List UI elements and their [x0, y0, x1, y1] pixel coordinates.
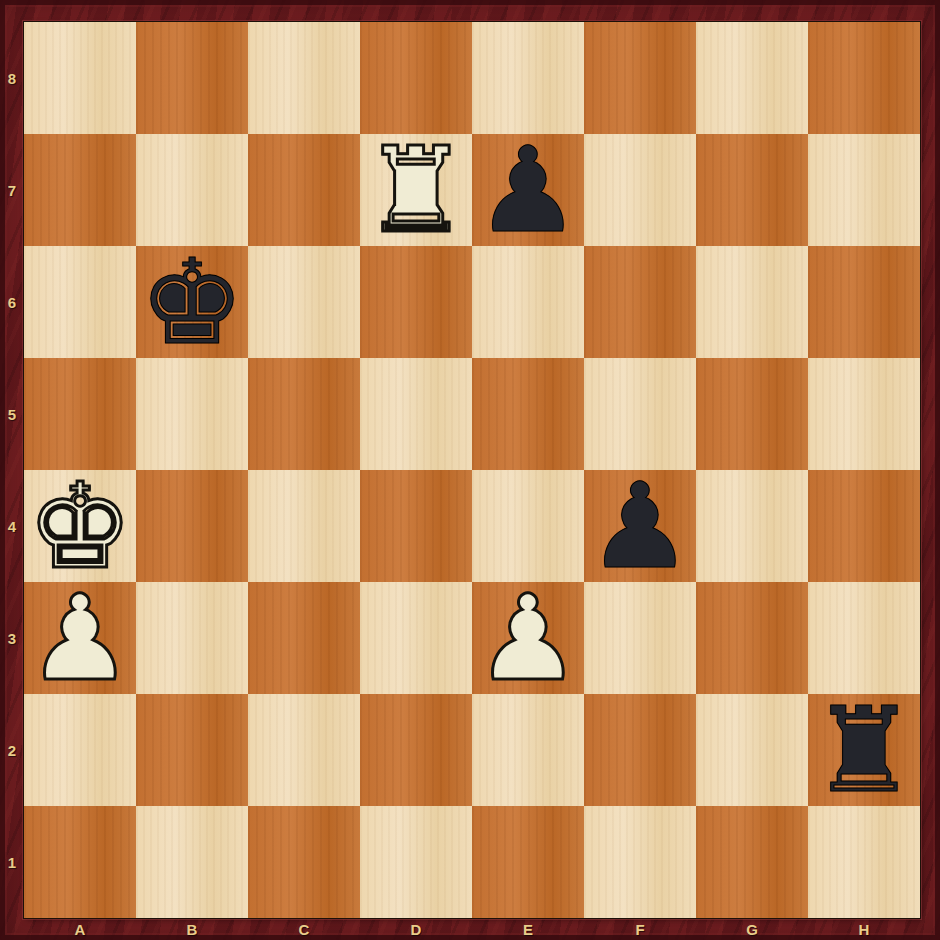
square-h6[interactable]	[808, 246, 920, 358]
square-a2[interactable]	[24, 694, 136, 806]
square-d4[interactable]	[360, 470, 472, 582]
square-a6[interactable]	[24, 246, 136, 358]
file-label-e: E	[472, 918, 584, 940]
black-pawn-f4[interactable]: ♟	[587, 470, 693, 582]
square-g2[interactable]	[696, 694, 808, 806]
square-f7[interactable]	[584, 134, 696, 246]
square-e5[interactable]	[472, 358, 584, 470]
square-f2[interactable]	[584, 694, 696, 806]
square-a7[interactable]	[24, 134, 136, 246]
square-d5[interactable]	[360, 358, 472, 470]
white-rook-d7[interactable]: ♜	[363, 134, 469, 246]
square-g1[interactable]	[696, 806, 808, 918]
white-king-a4[interactable]: ♚	[27, 470, 133, 582]
square-d3[interactable]	[360, 582, 472, 694]
square-b1[interactable]	[136, 806, 248, 918]
square-b2[interactable]	[136, 694, 248, 806]
square-c3[interactable]	[248, 582, 360, 694]
white-pawn-e3[interactable]: ♟	[475, 582, 581, 694]
black-pawn-e7[interactable]: ♟	[475, 134, 581, 246]
rank-label-7: 7	[0, 134, 24, 246]
square-d7[interactable]: ♜	[360, 134, 472, 246]
square-g3[interactable]	[696, 582, 808, 694]
square-c5[interactable]	[248, 358, 360, 470]
square-h5[interactable]	[808, 358, 920, 470]
black-rook-h2[interactable]: ♜	[811, 694, 917, 806]
white-pawn-a3[interactable]: ♟	[27, 582, 133, 694]
square-d8[interactable]	[360, 22, 472, 134]
black-king-b6[interactable]: ♚	[139, 246, 245, 358]
square-e2[interactable]	[472, 694, 584, 806]
rank-label-2: 2	[0, 694, 24, 806]
square-e7[interactable]: ♟	[472, 134, 584, 246]
square-a3[interactable]: ♟	[24, 582, 136, 694]
square-c4[interactable]	[248, 470, 360, 582]
square-a8[interactable]	[24, 22, 136, 134]
file-label-b: B	[136, 918, 248, 940]
file-label-d: D	[360, 918, 472, 940]
square-f5[interactable]	[584, 358, 696, 470]
square-d1[interactable]	[360, 806, 472, 918]
square-h3[interactable]	[808, 582, 920, 694]
square-c2[interactable]	[248, 694, 360, 806]
square-h1[interactable]	[808, 806, 920, 918]
rank-labels: 87654321	[0, 22, 24, 918]
rank-label-3: 3	[0, 582, 24, 694]
square-h7[interactable]	[808, 134, 920, 246]
board: ♜♟♚♚♟♟♟♜	[24, 22, 920, 918]
square-b6[interactable]: ♚	[136, 246, 248, 358]
square-d2[interactable]	[360, 694, 472, 806]
file-label-h: H	[808, 918, 920, 940]
square-c7[interactable]	[248, 134, 360, 246]
square-e1[interactable]	[472, 806, 584, 918]
rank-label-6: 6	[0, 246, 24, 358]
square-c1[interactable]	[248, 806, 360, 918]
rank-label-4: 4	[0, 470, 24, 582]
square-a4[interactable]: ♚	[24, 470, 136, 582]
square-b4[interactable]	[136, 470, 248, 582]
square-h8[interactable]	[808, 22, 920, 134]
square-a1[interactable]	[24, 806, 136, 918]
square-f6[interactable]	[584, 246, 696, 358]
square-d6[interactable]	[360, 246, 472, 358]
square-b7[interactable]	[136, 134, 248, 246]
square-e6[interactable]	[472, 246, 584, 358]
square-f1[interactable]	[584, 806, 696, 918]
square-h2[interactable]: ♜	[808, 694, 920, 806]
square-c8[interactable]	[248, 22, 360, 134]
square-b3[interactable]	[136, 582, 248, 694]
square-g5[interactable]	[696, 358, 808, 470]
file-labels: ABCDEFGH	[24, 918, 920, 940]
square-g6[interactable]	[696, 246, 808, 358]
chess-board-frame: ♜♟♚♚♟♟♟♜ 87654321 ABCDEFGH	[0, 0, 940, 940]
rank-label-1: 1	[0, 806, 24, 918]
square-f3[interactable]	[584, 582, 696, 694]
square-c6[interactable]	[248, 246, 360, 358]
file-label-a: A	[24, 918, 136, 940]
file-label-g: G	[696, 918, 808, 940]
square-a5[interactable]	[24, 358, 136, 470]
square-e8[interactable]	[472, 22, 584, 134]
square-e3[interactable]: ♟	[472, 582, 584, 694]
file-label-c: C	[248, 918, 360, 940]
square-b5[interactable]	[136, 358, 248, 470]
square-g4[interactable]	[696, 470, 808, 582]
square-g8[interactable]	[696, 22, 808, 134]
square-f4[interactable]: ♟	[584, 470, 696, 582]
file-label-f: F	[584, 918, 696, 940]
square-f8[interactable]	[584, 22, 696, 134]
square-h4[interactable]	[808, 470, 920, 582]
square-g7[interactable]	[696, 134, 808, 246]
rank-label-5: 5	[0, 358, 24, 470]
rank-label-8: 8	[0, 22, 24, 134]
square-b8[interactable]	[136, 22, 248, 134]
square-e4[interactable]	[472, 470, 584, 582]
